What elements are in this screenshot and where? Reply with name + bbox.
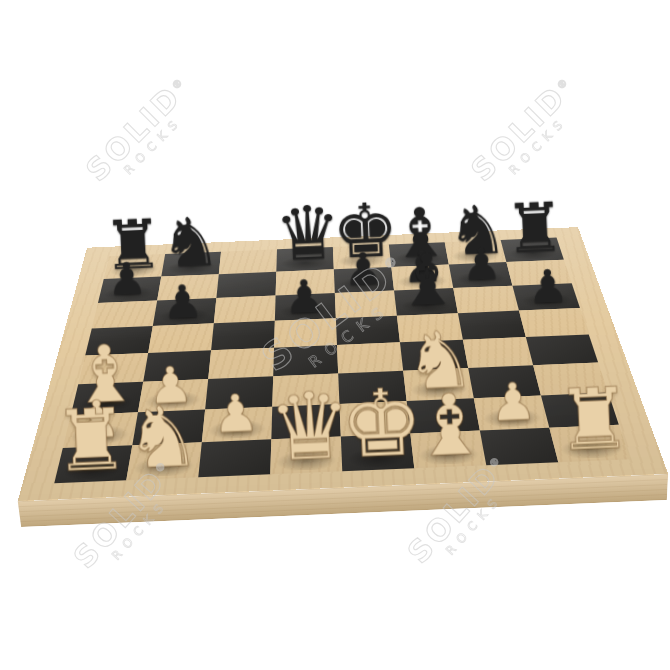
square-b5[interactable]: [148, 323, 214, 353]
square-b8[interactable]: ♞: [161, 252, 221, 277]
piece-white-rook-a1[interactable]: ♜: [52, 399, 127, 480]
render-stage: ♜♞♛♚♝♞♜♟♟♟♟♟♟♝♟♝♟♞♟♟♟♜♞♛♚♝♜ SOLID®ROCKSS…: [0, 0, 670, 670]
piece-black-knight-b8[interactable]: ♞: [159, 210, 219, 274]
square-a6[interactable]: [92, 301, 157, 329]
square-e5[interactable]: [336, 316, 400, 345]
board-tilt-wrapper: ♜♞♛♚♝♞♜♟♟♟♟♟♟♝♟♝♟♞♟♟♟♜♞♛♚♝♜: [0, 0, 670, 670]
piece-black-pawn-d6[interactable]: ♟: [273, 274, 336, 318]
square-g6[interactable]: [453, 286, 519, 313]
square-e7[interactable]: ♟: [334, 267, 394, 293]
board-front-edge: [18, 474, 668, 527]
piece-white-knight-b1[interactable]: ♞: [123, 396, 198, 477]
square-b6[interactable]: ♟: [153, 298, 217, 326]
piece-black-pawn-a7[interactable]: ♟: [97, 257, 158, 300]
piece-white-pawn-c2[interactable]: ♟: [200, 388, 271, 438]
piece-white-bishop-f1[interactable]: ♝: [411, 384, 486, 465]
piece-black-pawn-g7[interactable]: ♟: [451, 243, 512, 286]
square-c1[interactable]: [198, 439, 271, 477]
square-g1[interactable]: [480, 428, 558, 466]
square-c4[interactable]: [208, 348, 274, 379]
piece-black-pawn-e7[interactable]: ♟: [333, 248, 394, 291]
piece-black-pawn-b6[interactable]: ♟: [151, 279, 214, 323]
square-h5[interactable]: [519, 308, 589, 337]
square-d5[interactable]: [274, 318, 337, 347]
square-d6[interactable]: ♟: [275, 293, 336, 321]
piece-white-king-e1[interactable]: ♚: [339, 380, 414, 468]
piece-white-pawn-g2[interactable]: ♟: [477, 377, 548, 427]
square-f6[interactable]: ♝: [394, 288, 458, 316]
piece-black-rook-h8[interactable]: ♜: [503, 195, 563, 259]
square-c2[interactable]: ♟: [202, 407, 272, 443]
chess-board: ♜♞♛♚♝♞♜♟♟♟♟♟♟♝♟♝♟♞♟♟♟♜♞♛♚♝♜: [18, 227, 668, 501]
square-h6[interactable]: ♟: [512, 283, 579, 310]
piece-black-queen-d8[interactable]: ♛: [273, 199, 333, 269]
square-d1[interactable]: ♛: [270, 436, 342, 474]
piece-white-rook-h1[interactable]: ♜: [554, 378, 629, 459]
square-c7[interactable]: [216, 272, 276, 298]
square-f1[interactable]: ♝: [410, 431, 486, 469]
square-c5[interactable]: [211, 321, 275, 350]
square-b1[interactable]: ♞: [126, 442, 202, 480]
square-e6[interactable]: [335, 291, 397, 319]
square-a1[interactable]: ♜: [54, 445, 132, 483]
scene-3d: ♜♞♛♚♝♞♜♟♟♟♟♟♟♝♟♝♟♞♟♟♟♜♞♛♚♝♜: [0, 0, 670, 670]
piece-white-queen-d1[interactable]: ♛: [267, 383, 342, 471]
piece-black-pawn-h6[interactable]: ♟: [517, 264, 580, 308]
square-c8[interactable]: [219, 249, 277, 274]
square-d8[interactable]: ♛: [276, 247, 334, 272]
square-e1[interactable]: ♚: [341, 433, 414, 471]
square-h1[interactable]: ♜: [549, 425, 630, 462]
board-grid: ♜♞♛♚♝♞♜♟♟♟♟♟♟♝♟♝♟♞♟♟♟♜♞♛♚♝♜: [54, 238, 630, 484]
square-h4[interactable]: [526, 334, 598, 365]
piece-black-bishop-f6[interactable]: ♝: [394, 245, 458, 313]
square-c6[interactable]: [214, 296, 276, 324]
